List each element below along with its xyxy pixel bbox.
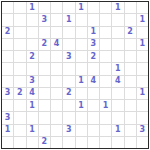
cell-r4c1[interactable] (14, 51, 25, 62)
cell-r0c0[interactable] (2, 2, 13, 13)
cell-r9c5[interactable] (63, 112, 74, 123)
cell-r9c8[interactable] (100, 112, 111, 123)
cell-r0c10[interactable] (125, 2, 136, 13)
cell-r2c8[interactable] (100, 27, 111, 38)
cell-r7c1[interactable]: 2 (14, 88, 25, 99)
cell-r4c8[interactable] (100, 51, 111, 62)
clue-digit: 1 (115, 3, 121, 11)
clue-digit: 2 (29, 52, 35, 60)
cell-r0c7[interactable] (88, 2, 99, 13)
cell-r7c7[interactable] (88, 88, 99, 99)
cell-r3c9[interactable] (112, 39, 123, 50)
cell-r9c4[interactable] (51, 112, 62, 123)
cell-r0c3[interactable] (39, 2, 50, 13)
cell-r10c8[interactable] (100, 125, 111, 136)
clue-digit: 3 (140, 126, 146, 134)
cell-r10c9[interactable]: 1 (112, 125, 123, 136)
clue-digit: 1 (5, 126, 11, 134)
cell-r1c6[interactable] (76, 14, 87, 25)
cell-r7c0[interactable]: 3 (2, 88, 13, 99)
cell-r8c8[interactable]: 1 (100, 100, 111, 111)
cell-r7c9[interactable] (112, 88, 123, 99)
cell-r5c5[interactable] (63, 63, 74, 74)
cell-r3c0[interactable] (2, 39, 13, 50)
cell-r11c3[interactable]: 2 (39, 137, 50, 148)
cell-r4c0[interactable] (2, 51, 13, 62)
cell-r11c6[interactable] (76, 137, 87, 148)
cell-r7c11[interactable]: 1 (137, 88, 148, 99)
cell-r5c10[interactable] (125, 63, 136, 74)
cell-r5c3[interactable] (39, 63, 50, 74)
clue-digit: 1 (91, 28, 97, 36)
cell-r8c2[interactable]: 1 (27, 100, 38, 111)
cell-r4c2[interactable]: 2 (27, 51, 38, 62)
cell-r11c0[interactable] (2, 137, 13, 148)
cell-r5c1[interactable] (14, 63, 25, 74)
cell-r11c5[interactable] (63, 137, 74, 148)
cell-r10c6[interactable] (76, 125, 87, 136)
cell-r9c11[interactable] (137, 112, 148, 123)
cell-r10c7[interactable] (88, 125, 99, 136)
cell-r10c5[interactable]: 3 (63, 125, 74, 136)
cell-r4c11[interactable] (137, 51, 148, 62)
cell-r3c7[interactable]: 3 (88, 39, 99, 50)
cell-r8c7[interactable] (88, 100, 99, 111)
cell-r6c3[interactable] (39, 76, 50, 87)
cell-r7c5[interactable]: 2 (63, 88, 74, 99)
clue-digit: 1 (66, 15, 72, 23)
cell-r5c7[interactable] (88, 63, 99, 74)
clue-digit: 1 (103, 101, 109, 109)
cell-r8c5[interactable] (63, 100, 74, 111)
cell-r3c2[interactable] (27, 39, 38, 50)
clue-digit: 1 (29, 3, 35, 11)
cell-r3c10[interactable] (125, 39, 136, 50)
clue-digit: 3 (66, 52, 72, 60)
cell-r11c1[interactable] (14, 137, 25, 148)
cell-r3c8[interactable] (100, 39, 111, 50)
cell-r9c6[interactable] (76, 112, 87, 123)
cell-r4c6[interactable] (76, 51, 87, 62)
cell-r6c0[interactable] (2, 76, 13, 87)
cell-r2c6[interactable] (76, 27, 87, 38)
clue-digit: 2 (42, 138, 48, 146)
cell-r6c10[interactable] (125, 76, 136, 87)
clue-digit: 1 (29, 101, 35, 109)
cell-r11c4[interactable] (51, 137, 62, 148)
cell-r1c2[interactable] (27, 14, 38, 25)
clue-digit: 1 (140, 89, 146, 97)
clue-digit: 2 (42, 40, 48, 48)
cell-r8c4[interactable] (51, 100, 62, 111)
clue-digit: 4 (115, 77, 121, 85)
cell-r2c11[interactable] (137, 27, 148, 38)
cell-r0c8[interactable] (100, 2, 111, 13)
cell-r7c10[interactable] (125, 88, 136, 99)
cell-r5c11[interactable] (137, 63, 148, 74)
cell-r1c5[interactable]: 1 (63, 14, 74, 25)
cell-r9c0[interactable]: 3 (2, 112, 13, 123)
clue-digit: 1 (78, 101, 84, 109)
cell-r5c8[interactable] (100, 63, 111, 74)
cell-r2c5[interactable] (63, 27, 74, 38)
cell-r6c8[interactable] (100, 76, 111, 87)
clue-digit: 1 (140, 40, 146, 48)
clue-digit: 4 (29, 89, 35, 97)
clue-digit: 3 (5, 113, 11, 121)
cell-r2c1[interactable] (14, 27, 25, 38)
clue-digit: 2 (17, 89, 23, 97)
cell-r9c7[interactable] (88, 112, 99, 123)
clue-digit: 1 (78, 77, 84, 85)
cell-r11c10[interactable] (125, 137, 136, 148)
cell-r10c3[interactable] (39, 125, 50, 136)
cell-r1c7[interactable] (88, 14, 99, 25)
cell-r3c3[interactable]: 2 (39, 39, 50, 50)
clue-digit: 1 (115, 64, 121, 72)
cell-r2c9[interactable] (112, 27, 123, 38)
clue-digit: 2 (91, 52, 97, 60)
cell-r3c1[interactable] (14, 39, 25, 50)
cell-r11c9[interactable] (112, 137, 123, 148)
cell-r10c10[interactable] (125, 125, 136, 136)
cell-r8c10[interactable] (125, 100, 136, 111)
cell-r0c6[interactable]: 1 (76, 2, 87, 13)
cell-r0c9[interactable]: 1 (112, 2, 123, 13)
cell-r11c7[interactable] (88, 137, 99, 148)
cell-r6c11[interactable] (137, 76, 148, 87)
cell-r11c2[interactable] (27, 137, 38, 148)
cell-r4c7[interactable]: 2 (88, 51, 99, 62)
cell-r5c6[interactable] (76, 63, 87, 74)
cell-r8c6[interactable]: 1 (76, 100, 87, 111)
cell-r10c4[interactable] (51, 125, 62, 136)
clue-digit: 3 (66, 126, 72, 134)
clue-digit: 1 (115, 126, 121, 134)
cell-r10c11[interactable]: 3 (137, 125, 148, 136)
clue-digit: 2 (5, 28, 11, 36)
cell-r1c10[interactable] (125, 14, 136, 25)
cell-r5c2[interactable] (27, 63, 38, 74)
clue-digit: 1 (78, 3, 84, 11)
clue-digit: 2 (127, 28, 133, 36)
cell-r9c9[interactable] (112, 112, 123, 123)
cell-r1c9[interactable] (112, 14, 123, 25)
clue-digit: 2 (66, 89, 72, 97)
cell-r9c10[interactable] (125, 112, 136, 123)
cell-r8c9[interactable] (112, 100, 123, 111)
clue-digit: 4 (91, 77, 97, 85)
clue-digit: 3 (5, 89, 11, 97)
cell-r1c3[interactable]: 3 (39, 14, 50, 25)
cell-r6c9[interactable]: 4 (112, 76, 123, 87)
cell-r2c0[interactable]: 2 (2, 27, 13, 38)
cell-r6c7[interactable]: 4 (88, 76, 99, 87)
clue-digit: 4 (54, 40, 60, 48)
cell-r1c8[interactable] (100, 14, 111, 25)
cell-r9c2[interactable] (27, 112, 38, 123)
cell-r7c8[interactable] (100, 88, 111, 99)
cell-r5c9[interactable]: 1 (112, 63, 123, 74)
cell-r3c11[interactable]: 1 (137, 39, 148, 50)
cell-r4c3[interactable] (39, 51, 50, 62)
cell-r7c2[interactable]: 4 (27, 88, 38, 99)
cell-r6c2[interactable]: 3 (27, 76, 38, 87)
cell-r8c1[interactable] (14, 100, 25, 111)
cell-r1c4[interactable] (51, 14, 62, 25)
cell-r7c3[interactable] (39, 88, 50, 99)
cell-r4c5[interactable]: 3 (63, 51, 74, 62)
cell-r9c1[interactable] (14, 112, 25, 123)
cell-r9c3[interactable] (39, 112, 50, 123)
cell-r1c11[interactable]: 1 (137, 14, 148, 25)
clue-digit: 1 (140, 15, 146, 23)
cell-r10c0[interactable]: 1 (2, 125, 13, 136)
cell-r11c11[interactable] (137, 137, 148, 148)
cell-r8c11[interactable] (137, 100, 148, 111)
cell-r5c0[interactable] (2, 63, 13, 74)
cell-r0c2[interactable]: 1 (27, 2, 38, 13)
clue-digit: 3 (91, 40, 97, 48)
cell-r1c0[interactable] (2, 14, 13, 25)
puzzle-board: 111311212243123213144324211113113132 (1, 1, 149, 149)
cell-r3c5[interactable] (63, 39, 74, 50)
clue-digit: 3 (29, 77, 35, 85)
cell-r4c4[interactable] (51, 51, 62, 62)
cell-r2c7[interactable]: 1 (88, 27, 99, 38)
cell-r3c4[interactable]: 4 (51, 39, 62, 50)
cell-r4c10[interactable] (125, 51, 136, 62)
cell-r5c4[interactable] (51, 63, 62, 74)
cell-r3c6[interactable] (76, 39, 87, 50)
cell-r8c3[interactable] (39, 100, 50, 111)
cell-r6c4[interactable] (51, 76, 62, 87)
cell-r4c9[interactable] (112, 51, 123, 62)
cell-r2c2[interactable] (27, 27, 38, 38)
cell-r6c6[interactable]: 1 (76, 76, 87, 87)
puzzle-page: 111311212243123213144324211113113132 (0, 0, 150, 150)
cell-r6c5[interactable] (63, 76, 74, 87)
cell-r10c2[interactable]: 1 (27, 125, 38, 136)
cell-r2c4[interactable] (51, 27, 62, 38)
cell-r6c1[interactable] (14, 76, 25, 87)
cell-r0c1[interactable] (14, 2, 25, 13)
clue-digit: 3 (42, 15, 48, 23)
cell-r1c1[interactable] (14, 14, 25, 25)
cell-r7c6[interactable] (76, 88, 87, 99)
cell-r2c3[interactable] (39, 27, 50, 38)
cell-r2c10[interactable]: 2 (125, 27, 136, 38)
cell-r11c8[interactable] (100, 137, 111, 148)
cell-r0c4[interactable] (51, 2, 62, 13)
cell-r0c11[interactable] (137, 2, 148, 13)
cell-r0c5[interactable] (63, 2, 74, 13)
clue-digit: 1 (29, 126, 35, 134)
cell-r7c4[interactable] (51, 88, 62, 99)
cell-r10c1[interactable] (14, 125, 25, 136)
cell-r8c0[interactable] (2, 100, 13, 111)
